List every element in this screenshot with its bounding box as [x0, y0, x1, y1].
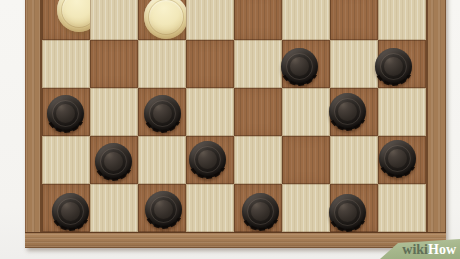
square-r4c8[interactable]: [378, 136, 426, 184]
dark-checker-r2c6[interactable]: [281, 48, 318, 85]
square-r5c4[interactable]: [186, 184, 234, 232]
light-checker-r1c3[interactable]: [144, 0, 188, 39]
wikihow-wordmark-wiki: wiki: [402, 243, 428, 257]
square-r3c8[interactable]: [378, 88, 426, 136]
wikihow-wordmark-how: How: [428, 243, 456, 257]
square-r5c6[interactable]: [282, 184, 330, 232]
dark-checker-r3c7[interactable]: [329, 93, 366, 130]
square-r3c1[interactable]: [42, 88, 90, 136]
square-r4c7[interactable]: [330, 136, 378, 184]
dark-checker-r3c3[interactable]: [144, 95, 181, 132]
square-r1c2[interactable]: [90, 0, 138, 40]
square-r2c6[interactable]: [282, 40, 330, 88]
dark-checker-r5c3[interactable]: [145, 191, 182, 228]
square-r5c8[interactable]: [378, 184, 426, 232]
dark-checker-r3c1[interactable]: [47, 95, 84, 132]
square-r3c2[interactable]: [90, 88, 138, 136]
square-r3c7[interactable]: [330, 88, 378, 136]
square-r2c5[interactable]: [234, 40, 282, 88]
square-r5c7[interactable]: [330, 184, 378, 232]
checkers-board-grid: [40, 0, 428, 234]
square-r2c2[interactable]: [90, 40, 138, 88]
square-r2c4[interactable]: [186, 40, 234, 88]
square-r3c5[interactable]: [234, 88, 282, 136]
square-r4c1[interactable]: [42, 136, 90, 184]
square-r1c6[interactable]: [282, 0, 330, 40]
square-r4c4[interactable]: [186, 136, 234, 184]
square-r2c3[interactable]: [138, 40, 186, 88]
dark-checker-r4c4[interactable]: [189, 141, 226, 178]
square-r5c1[interactable]: [42, 184, 90, 232]
square-r2c1[interactable]: [42, 40, 90, 88]
square-r4c2[interactable]: [90, 136, 138, 184]
square-r4c6[interactable]: [282, 136, 330, 184]
square-r1c3[interactable]: [138, 0, 186, 40]
square-r5c5[interactable]: [234, 184, 282, 232]
dark-checker-r5c1[interactable]: [52, 193, 89, 230]
dark-checker-r5c5[interactable]: [242, 193, 279, 230]
dark-checker-r5c7[interactable]: [329, 194, 366, 231]
square-r4c5[interactable]: [234, 136, 282, 184]
square-r1c7[interactable]: [330, 0, 378, 40]
square-r5c2[interactable]: [90, 184, 138, 232]
square-r2c7[interactable]: [330, 40, 378, 88]
dark-checker-r4c2[interactable]: [95, 143, 132, 180]
square-r4c3[interactable]: [138, 136, 186, 184]
square-r3c4[interactable]: [186, 88, 234, 136]
square-r1c5[interactable]: [234, 0, 282, 40]
square-r1c8[interactable]: [378, 0, 426, 40]
dark-checker-r4c8[interactable]: [379, 140, 416, 177]
photo-scene: wikiHow: [0, 0, 460, 259]
square-r3c6[interactable]: [282, 88, 330, 136]
square-r1c1[interactable]: [42, 0, 90, 40]
checkers-board: [25, 0, 446, 248]
dark-checker-r2c8[interactable]: [375, 48, 412, 85]
square-r5c3[interactable]: [138, 184, 186, 232]
square-r2c8[interactable]: [378, 40, 426, 88]
square-r3c3[interactable]: [138, 88, 186, 136]
square-r1c4[interactable]: [186, 0, 234, 40]
